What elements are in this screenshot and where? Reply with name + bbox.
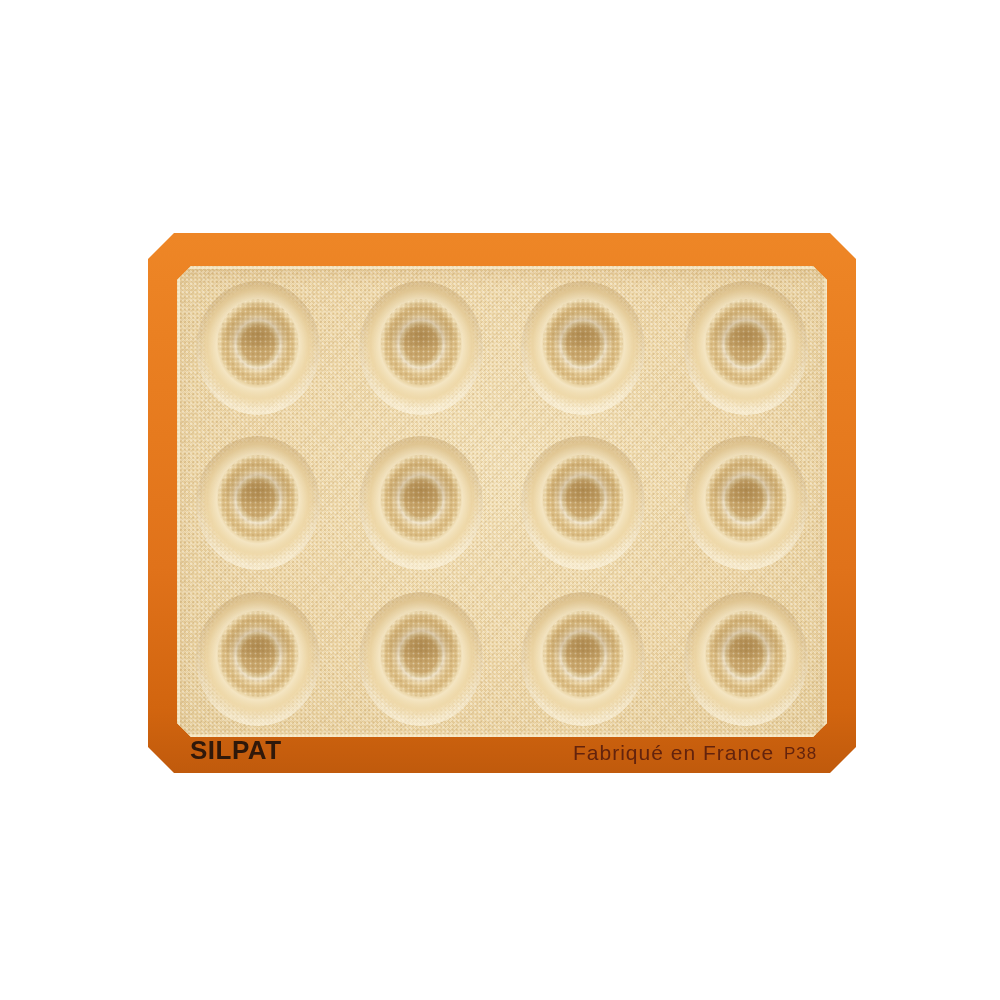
made-in-label: Fabriqué en France (573, 741, 774, 765)
model-number: P38 (784, 744, 817, 764)
muffin-well (521, 281, 645, 415)
muffin-well (521, 436, 645, 570)
product-photo: SILPAT Fabriqué en France P38 (0, 0, 1000, 1000)
muffin-well (359, 281, 483, 415)
muffin-well (359, 436, 483, 570)
muffin-well (684, 592, 808, 726)
muffin-well (196, 436, 320, 570)
muffin-well (684, 436, 808, 570)
muffin-well (359, 592, 483, 726)
baking-mat: SILPAT Fabriqué en France P38 (148, 233, 856, 773)
mat-weave-surface (177, 266, 827, 737)
muffin-well (521, 592, 645, 726)
muffin-well (196, 592, 320, 726)
brand-logo: SILPAT (190, 735, 282, 766)
muffin-well (684, 281, 808, 415)
muffin-well (196, 281, 320, 415)
wells-grid (177, 270, 827, 737)
